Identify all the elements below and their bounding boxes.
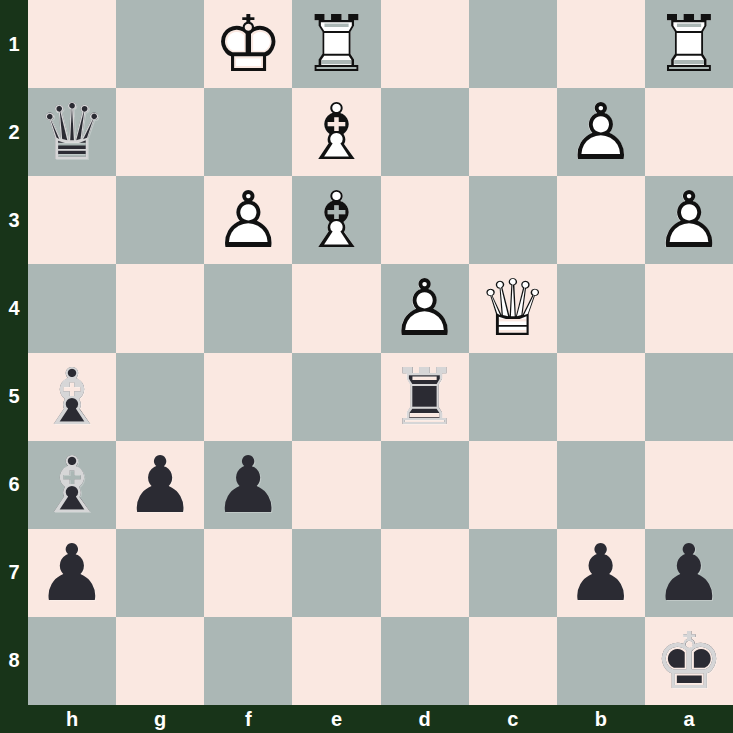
square-h6[interactable]: ♝♗ xyxy=(28,441,116,529)
piece-white-pawn[interactable]: ♟♙ xyxy=(566,93,636,171)
square-b1[interactable] xyxy=(557,0,645,88)
piece-black-pawn[interactable]: ♟ xyxy=(566,534,636,612)
square-a4[interactable] xyxy=(645,264,733,352)
square-d1[interactable] xyxy=(381,0,469,88)
square-e4[interactable] xyxy=(292,264,380,352)
square-e7[interactable] xyxy=(292,529,380,617)
white-king-outline-glyph: ♔ xyxy=(213,5,283,83)
rank-labels: 12345678 xyxy=(0,0,28,705)
white-pawn-outline-glyph: ♙ xyxy=(654,181,724,259)
square-h1[interactable] xyxy=(28,0,116,88)
square-c2[interactable] xyxy=(469,88,557,176)
file-label-b: b xyxy=(557,705,645,733)
square-d6[interactable] xyxy=(381,441,469,529)
square-f1[interactable]: ♚♔ xyxy=(204,0,292,88)
piece-white-pawn[interactable]: ♟♙ xyxy=(654,181,724,259)
square-e3[interactable]: ♝♗ xyxy=(292,176,380,264)
square-a7[interactable]: ♟ xyxy=(645,529,733,617)
square-f7[interactable] xyxy=(204,529,292,617)
square-c5[interactable] xyxy=(469,353,557,441)
square-g4[interactable] xyxy=(116,264,204,352)
rank-label-2: 2 xyxy=(0,88,28,176)
square-c1[interactable] xyxy=(469,0,557,88)
square-b7[interactable]: ♟ xyxy=(557,529,645,617)
piece-white-bishop[interactable]: ♝♗ xyxy=(301,181,371,259)
square-f4[interactable] xyxy=(204,264,292,352)
piece-black-pawn[interactable]: ♟ xyxy=(125,446,195,524)
piece-white-bishop[interactable]: ♝♗ xyxy=(301,93,371,171)
file-label-e: e xyxy=(292,705,380,733)
black-bishop-outline-glyph: ♗ xyxy=(37,358,107,436)
file-label-f: f xyxy=(204,705,292,733)
square-e8[interactable] xyxy=(292,617,380,705)
square-g5[interactable] xyxy=(116,353,204,441)
square-c8[interactable] xyxy=(469,617,557,705)
rank-label-6: 6 xyxy=(0,441,28,529)
square-d5[interactable]: ♜♖ xyxy=(381,353,469,441)
rank-label-8: 8 xyxy=(0,617,28,705)
square-b8[interactable] xyxy=(557,617,645,705)
piece-black-king[interactable]: ♚♔ xyxy=(654,622,724,700)
white-bishop-outline-glyph: ♗ xyxy=(301,181,371,259)
square-a5[interactable] xyxy=(645,353,733,441)
piece-white-queen[interactable]: ♛♕ xyxy=(478,269,548,347)
square-e5[interactable] xyxy=(292,353,380,441)
square-d2[interactable] xyxy=(381,88,469,176)
square-f2[interactable] xyxy=(204,88,292,176)
chess-board-frame: 12345678 ♚♔♜♖♜♖♛♕♝♗♟♙♟♙♝♗♟♙♟♙♛♕♝♗♜♖♝♗♟♟♟… xyxy=(0,0,733,733)
black-king-outline-glyph: ♔ xyxy=(654,622,724,700)
square-h5[interactable]: ♝♗ xyxy=(28,353,116,441)
square-b3[interactable] xyxy=(557,176,645,264)
square-c6[interactable] xyxy=(469,441,557,529)
piece-white-king[interactable]: ♚♔ xyxy=(213,5,283,83)
rank-label-4: 4 xyxy=(0,264,28,352)
piece-black-bishop[interactable]: ♝♗ xyxy=(37,446,107,524)
square-g2[interactable] xyxy=(116,88,204,176)
square-d8[interactable] xyxy=(381,617,469,705)
square-h7[interactable]: ♟ xyxy=(28,529,116,617)
square-f5[interactable] xyxy=(204,353,292,441)
black-pawn-glyph: ♟ xyxy=(213,440,283,530)
piece-black-pawn[interactable]: ♟ xyxy=(213,446,283,524)
square-g6[interactable]: ♟ xyxy=(116,441,204,529)
square-d7[interactable] xyxy=(381,529,469,617)
square-g1[interactable] xyxy=(116,0,204,88)
square-b6[interactable] xyxy=(557,441,645,529)
file-label-g: g xyxy=(116,705,204,733)
square-a6[interactable] xyxy=(645,441,733,529)
square-a1[interactable]: ♜♖ xyxy=(645,0,733,88)
black-pawn-glyph: ♟ xyxy=(37,528,107,618)
file-label-h: h xyxy=(28,705,116,733)
square-d4[interactable]: ♟♙ xyxy=(381,264,469,352)
rank-label-1: 1 xyxy=(0,0,28,88)
piece-white-pawn[interactable]: ♟♙ xyxy=(213,181,283,259)
white-pawn-outline-glyph: ♙ xyxy=(566,93,636,171)
square-f3[interactable]: ♟♙ xyxy=(204,176,292,264)
rank-label-5: 5 xyxy=(0,353,28,441)
square-a8[interactable]: ♚♔ xyxy=(645,617,733,705)
black-pawn-glyph: ♟ xyxy=(654,528,724,618)
square-e1[interactable]: ♜♖ xyxy=(292,0,380,88)
square-h2[interactable]: ♛♕ xyxy=(28,88,116,176)
square-a2[interactable] xyxy=(645,88,733,176)
black-pawn-glyph: ♟ xyxy=(566,528,636,618)
file-label-d: d xyxy=(381,705,469,733)
white-pawn-outline-glyph: ♙ xyxy=(213,181,283,259)
white-queen-outline-glyph: ♕ xyxy=(478,269,548,347)
square-b4[interactable] xyxy=(557,264,645,352)
square-f8[interactable] xyxy=(204,617,292,705)
file-labels: hgfedcba xyxy=(28,705,733,733)
square-f6[interactable]: ♟ xyxy=(204,441,292,529)
black-rook-outline-glyph: ♖ xyxy=(390,358,460,436)
black-bishop-outline-glyph: ♗ xyxy=(37,446,107,524)
piece-black-queen[interactable]: ♛♕ xyxy=(37,93,107,171)
square-d3[interactable] xyxy=(381,176,469,264)
square-e2[interactable]: ♝♗ xyxy=(292,88,380,176)
square-c3[interactable] xyxy=(469,176,557,264)
square-e6[interactable] xyxy=(292,441,380,529)
square-h8[interactable] xyxy=(28,617,116,705)
piece-black-pawn[interactable]: ♟ xyxy=(37,534,107,612)
square-b2[interactable]: ♟♙ xyxy=(557,88,645,176)
square-h4[interactable] xyxy=(28,264,116,352)
piece-white-rook[interactable]: ♜♖ xyxy=(654,5,724,83)
white-rook-outline-glyph: ♖ xyxy=(301,5,371,83)
white-bishop-outline-glyph: ♗ xyxy=(301,93,371,171)
piece-black-bishop[interactable]: ♝♗ xyxy=(37,358,107,436)
square-g3[interactable] xyxy=(116,176,204,264)
piece-black-pawn[interactable]: ♟ xyxy=(654,534,724,612)
white-pawn-outline-glyph: ♙ xyxy=(390,269,460,347)
square-h3[interactable] xyxy=(28,176,116,264)
chess-board[interactable]: ♚♔♜♖♜♖♛♕♝♗♟♙♟♙♝♗♟♙♟♙♛♕♝♗♜♖♝♗♟♟♟♟♟♚♔ xyxy=(28,0,733,705)
square-c4[interactable]: ♛♕ xyxy=(469,264,557,352)
rank-label-7: 7 xyxy=(0,529,28,617)
square-b5[interactable] xyxy=(557,353,645,441)
black-pawn-glyph: ♟ xyxy=(125,440,195,530)
black-queen-outline-glyph: ♕ xyxy=(37,93,107,171)
piece-white-rook[interactable]: ♜♖ xyxy=(301,5,371,83)
rank-label-3: 3 xyxy=(0,176,28,264)
piece-white-pawn[interactable]: ♟♙ xyxy=(390,269,460,347)
square-a3[interactable]: ♟♙ xyxy=(645,176,733,264)
file-label-c: c xyxy=(469,705,557,733)
white-rook-outline-glyph: ♖ xyxy=(654,5,724,83)
piece-black-rook[interactable]: ♜♖ xyxy=(390,358,460,436)
square-g8[interactable] xyxy=(116,617,204,705)
square-g7[interactable] xyxy=(116,529,204,617)
file-label-a: a xyxy=(645,705,733,733)
square-c7[interactable] xyxy=(469,529,557,617)
